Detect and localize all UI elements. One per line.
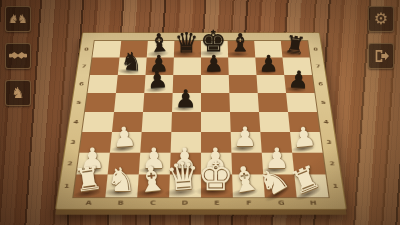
square-c5[interactable] [143,93,173,112]
black-knight-b7[interactable]: ♞ [120,48,145,75]
black-pawn-e7[interactable]: ♟ [204,51,224,73]
knight-icon: ♞ [11,86,24,101]
black-pawn-d5[interactable]: ♟ [175,86,197,110]
square-a6[interactable] [88,75,118,93]
square-e4[interactable] [201,112,231,132]
black-pawn-c6[interactable]: ♟ [146,68,169,93]
square-a7[interactable] [90,57,120,74]
file-label-a: A [85,201,92,207]
square-f6[interactable] [229,75,258,93]
square-e5[interactable] [201,93,230,112]
file-label-c: C [150,201,156,207]
settings-button[interactable]: ⚙ [368,6,394,32]
white-pawn-h3[interactable]: ♟ [291,123,318,152]
white-pawn-b3[interactable]: ♟ [111,124,137,152]
rank-label-1-right: 1 [332,183,338,189]
single-player-button[interactable]: ♞ [5,80,31,106]
white-knight-b1[interactable]: ♞ [106,163,136,196]
rank-label-8-left: 8 [84,47,89,51]
file-label-h: H [310,201,317,207]
rank-label-5-left: 5 [76,100,81,105]
square-b6[interactable] [116,75,146,93]
square-d4[interactable] [171,112,201,132]
square-f5[interactable] [229,93,259,112]
white-rook-a1[interactable]: ♜ [72,162,105,198]
square-g5[interactable] [258,93,288,112]
file-label-f: F [246,201,252,207]
black-rook-h8[interactable]: ♜ [283,32,307,58]
square-c4[interactable] [142,112,172,132]
square-g6[interactable] [256,75,286,93]
square-a4[interactable] [82,112,114,132]
rank-label-3-right: 3 [326,140,332,145]
rank-label-7-right: 7 [315,64,320,68]
chess-app-screen: ABCDEFGH1122334455667788 ♜♞♝♛♚♝♞♜♟♟♟♟♟♟♟… [0,0,400,225]
rank-label-3-left: 3 [70,140,76,145]
square-d7[interactable] [173,57,201,74]
black-pawn-h6[interactable]: ♟ [287,68,310,93]
rank-label-5-right: 5 [320,100,325,105]
black-pawn-g7[interactable]: ♟ [259,51,279,73]
rank-label-4-right: 4 [323,119,329,124]
white-pawn-f3[interactable]: ♟ [233,124,257,151]
square-b5[interactable] [114,93,144,112]
rank-label-7-left: 7 [81,64,86,68]
square-a5[interactable] [85,93,116,112]
rank-label-6-right: 6 [318,82,323,86]
exit-icon [373,48,389,64]
square-e6[interactable] [201,75,229,93]
two-knights-icon: ♞♞ [8,13,28,25]
square-h5[interactable] [286,93,317,112]
file-label-g: G [278,201,285,207]
square-f7[interactable] [228,57,256,74]
rank-label-2-right: 2 [329,161,335,166]
two-player-button[interactable]: ♞♞ [5,6,31,32]
black-queen-d8[interactable]: ♛ [174,29,199,57]
file-label-d: D [182,201,189,207]
handshake-icon [9,47,27,65]
rank-label-1-left: 1 [64,183,70,189]
file-label-b: B [118,201,124,207]
rank-label-6-left: 6 [79,82,84,86]
draw-offer-button[interactable] [5,43,31,69]
exit-button[interactable] [368,43,394,69]
rank-label-4-left: 4 [73,119,79,124]
gear-icon: ⚙ [374,11,388,27]
square-g4[interactable] [259,112,290,132]
square-a8[interactable] [92,41,121,58]
file-label-e: E [214,201,219,207]
black-bishop-f8[interactable]: ♝ [229,31,251,56]
rank-label-8-right: 8 [313,47,318,51]
